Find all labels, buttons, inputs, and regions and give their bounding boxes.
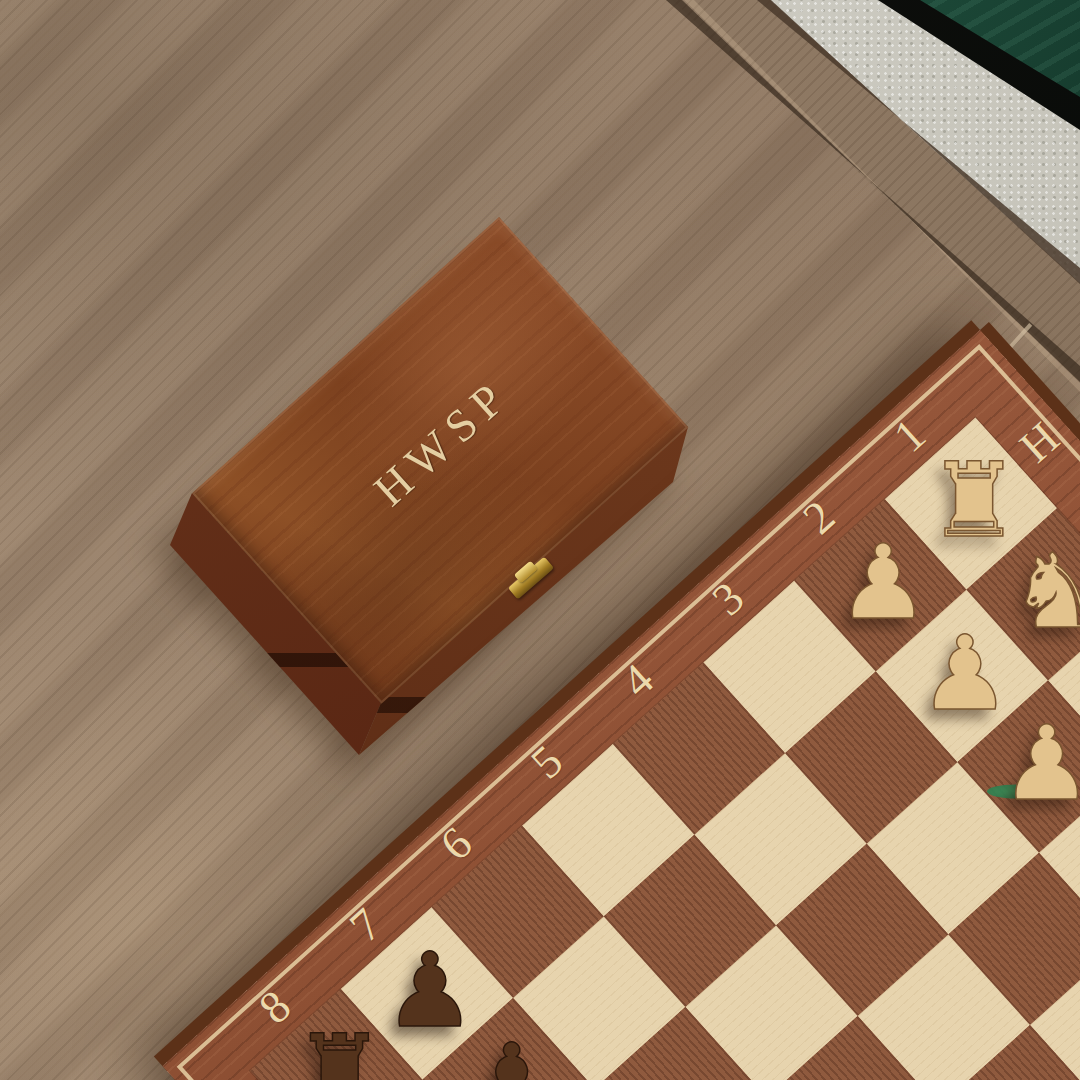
photo-scene: HWSP ♜♞♟♟♟♜♟♟ 12345678H xyxy=(0,0,1080,1080)
photo-vignette xyxy=(0,0,1080,1080)
